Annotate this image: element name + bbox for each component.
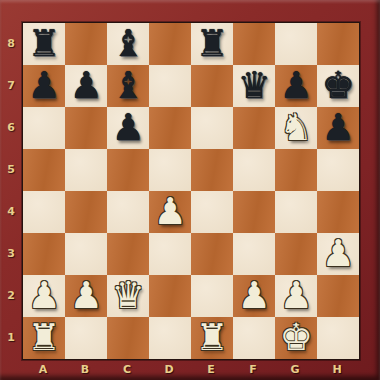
- square-h5[interactable]: [317, 149, 359, 191]
- square-g4[interactable]: [275, 191, 317, 233]
- square-d6[interactable]: [149, 107, 191, 149]
- file-label-g: G: [274, 358, 316, 380]
- square-b1[interactable]: [65, 317, 107, 359]
- square-b5[interactable]: [65, 149, 107, 191]
- piece-black-pawn[interactable]: ♟: [107, 107, 149, 149]
- file-label-c: C: [106, 358, 148, 380]
- piece-black-queen[interactable]: ♛: [233, 65, 275, 107]
- square-f7[interactable]: ♛: [233, 65, 275, 107]
- square-d8[interactable]: [149, 23, 191, 65]
- square-e1[interactable]: ♜: [191, 317, 233, 359]
- square-e8[interactable]: ♜: [191, 23, 233, 65]
- square-d1[interactable]: [149, 317, 191, 359]
- piece-white-knight[interactable]: ♞: [275, 107, 317, 149]
- square-d5[interactable]: [149, 149, 191, 191]
- square-h3[interactable]: ♟: [317, 233, 359, 275]
- piece-white-queen[interactable]: ♛: [107, 275, 149, 317]
- square-e4[interactable]: [191, 191, 233, 233]
- square-c8[interactable]: ♝: [107, 23, 149, 65]
- square-b3[interactable]: [65, 233, 107, 275]
- rank-label-8: 8: [0, 22, 22, 64]
- square-g1[interactable]: ♚: [275, 317, 317, 359]
- square-g8[interactable]: [275, 23, 317, 65]
- piece-white-pawn[interactable]: ♟: [275, 275, 317, 317]
- square-a8[interactable]: ♜: [23, 23, 65, 65]
- square-g2[interactable]: ♟: [275, 275, 317, 317]
- square-f8[interactable]: [233, 23, 275, 65]
- piece-white-pawn[interactable]: ♟: [317, 233, 359, 275]
- square-h4[interactable]: [317, 191, 359, 233]
- file-labels: ABCDEFGH: [22, 358, 358, 380]
- square-c5[interactable]: [107, 149, 149, 191]
- square-f4[interactable]: [233, 191, 275, 233]
- piece-white-pawn[interactable]: ♟: [233, 275, 275, 317]
- square-c6[interactable]: ♟: [107, 107, 149, 149]
- piece-white-king[interactable]: ♚: [275, 317, 317, 359]
- square-b2[interactable]: ♟: [65, 275, 107, 317]
- rank-label-6: 6: [0, 106, 22, 148]
- piece-black-bishop[interactable]: ♝: [107, 65, 149, 107]
- square-d7[interactable]: [149, 65, 191, 107]
- piece-black-bishop[interactable]: ♝: [107, 23, 149, 65]
- square-f5[interactable]: [233, 149, 275, 191]
- square-f2[interactable]: ♟: [233, 275, 275, 317]
- square-e7[interactable]: [191, 65, 233, 107]
- piece-black-king[interactable]: ♚: [317, 65, 359, 107]
- square-e5[interactable]: [191, 149, 233, 191]
- square-e3[interactable]: [191, 233, 233, 275]
- square-b8[interactable]: [65, 23, 107, 65]
- square-e2[interactable]: [191, 275, 233, 317]
- rank-label-7: 7: [0, 64, 22, 106]
- file-label-e: E: [190, 358, 232, 380]
- piece-white-rook[interactable]: ♜: [191, 317, 233, 359]
- piece-black-rook[interactable]: ♜: [191, 23, 233, 65]
- piece-black-pawn[interactable]: ♟: [23, 65, 65, 107]
- file-label-d: D: [148, 358, 190, 380]
- square-h7[interactable]: ♚: [317, 65, 359, 107]
- square-f3[interactable]: [233, 233, 275, 275]
- piece-black-pawn[interactable]: ♟: [65, 65, 107, 107]
- square-c2[interactable]: ♛: [107, 275, 149, 317]
- square-h8[interactable]: [317, 23, 359, 65]
- file-label-b: B: [64, 358, 106, 380]
- square-g3[interactable]: [275, 233, 317, 275]
- piece-black-pawn[interactable]: ♟: [317, 107, 359, 149]
- piece-white-pawn[interactable]: ♟: [65, 275, 107, 317]
- square-c4[interactable]: [107, 191, 149, 233]
- square-a3[interactable]: [23, 233, 65, 275]
- square-c1[interactable]: [107, 317, 149, 359]
- square-b4[interactable]: [65, 191, 107, 233]
- piece-white-pawn[interactable]: ♟: [23, 275, 65, 317]
- square-c3[interactable]: [107, 233, 149, 275]
- square-a4[interactable]: [23, 191, 65, 233]
- square-d2[interactable]: [149, 275, 191, 317]
- piece-white-pawn[interactable]: ♟: [149, 191, 191, 233]
- square-c7[interactable]: ♝: [107, 65, 149, 107]
- chess-board: ♜♝♜♟♟♝♛♟♚♟♞♟♟♟♟♟♛♟♟♜♜♚: [22, 22, 360, 360]
- piece-white-rook[interactable]: ♜: [23, 317, 65, 359]
- square-a5[interactable]: [23, 149, 65, 191]
- square-h6[interactable]: ♟: [317, 107, 359, 149]
- square-d4[interactable]: ♟: [149, 191, 191, 233]
- square-g7[interactable]: ♟: [275, 65, 317, 107]
- chessboard-frame: 87654321 ABCDEFGH ♜♝♜♟♟♝♛♟♚♟♞♟♟♟♟♟♛♟♟♜♜♚: [0, 0, 380, 380]
- rank-labels: 87654321: [0, 22, 22, 358]
- rank-label-2: 2: [0, 274, 22, 316]
- file-label-h: H: [316, 358, 358, 380]
- piece-black-rook[interactable]: ♜: [23, 23, 65, 65]
- square-e6[interactable]: [191, 107, 233, 149]
- square-f1[interactable]: [233, 317, 275, 359]
- square-g5[interactable]: [275, 149, 317, 191]
- square-d3[interactable]: [149, 233, 191, 275]
- file-label-a: A: [22, 358, 64, 380]
- square-a6[interactable]: [23, 107, 65, 149]
- file-label-f: F: [232, 358, 274, 380]
- square-a2[interactable]: ♟: [23, 275, 65, 317]
- square-a1[interactable]: ♜: [23, 317, 65, 359]
- square-b6[interactable]: [65, 107, 107, 149]
- square-a7[interactable]: ♟: [23, 65, 65, 107]
- rank-label-1: 1: [0, 316, 22, 358]
- square-f6[interactable]: [233, 107, 275, 149]
- square-h2[interactable]: [317, 275, 359, 317]
- square-h1[interactable]: [317, 317, 359, 359]
- rank-label-3: 3: [0, 232, 22, 274]
- rank-label-4: 4: [0, 190, 22, 232]
- square-b7[interactable]: ♟: [65, 65, 107, 107]
- rank-label-5: 5: [0, 148, 22, 190]
- piece-black-pawn[interactable]: ♟: [275, 65, 317, 107]
- square-g6[interactable]: ♞: [275, 107, 317, 149]
